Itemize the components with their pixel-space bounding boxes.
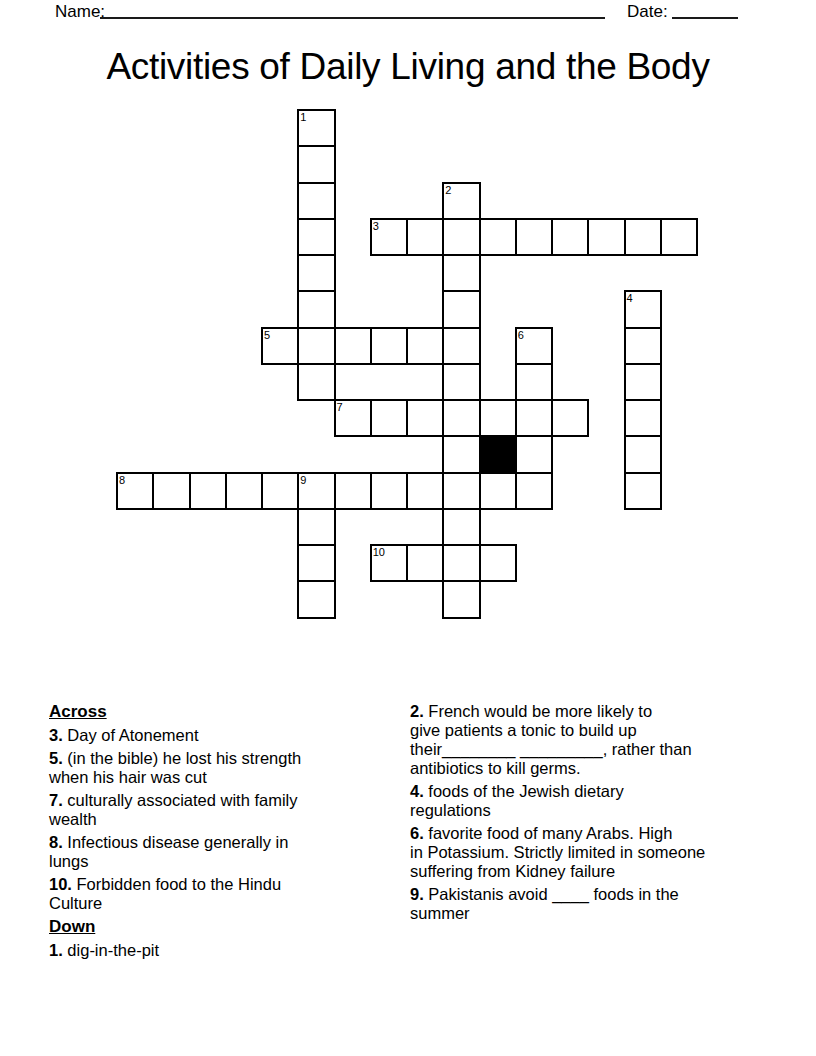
clue-across-3: 3. Day of Atonement bbox=[49, 726, 399, 745]
grid-cell[interactable] bbox=[442, 544, 480, 582]
grid-cell[interactable] bbox=[442, 218, 480, 256]
grid-cell[interactable]: 6 bbox=[515, 327, 553, 365]
grid-cell[interactable]: 10 bbox=[370, 544, 408, 582]
cell-number: 8 bbox=[119, 474, 125, 486]
grid-cell[interactable] bbox=[551, 399, 589, 437]
grid-cell[interactable] bbox=[225, 472, 263, 510]
grid-cell[interactable] bbox=[624, 327, 662, 365]
grid-cell[interactable] bbox=[297, 218, 335, 256]
grid-cell[interactable] bbox=[406, 218, 444, 256]
grid-cell[interactable] bbox=[406, 399, 444, 437]
grid-cell[interactable] bbox=[442, 290, 480, 328]
grid-cell[interactable] bbox=[442, 508, 480, 546]
name-label: Name: bbox=[55, 2, 105, 22]
grid-cell[interactable] bbox=[297, 182, 335, 220]
grid-cell[interactable] bbox=[297, 544, 335, 582]
clue-number: 3. bbox=[49, 726, 67, 744]
grid-cell[interactable]: 9 bbox=[297, 472, 335, 510]
clue-down-4: 4. foods of the Jewish dietary regulatio… bbox=[410, 782, 782, 820]
grid-cell[interactable] bbox=[370, 399, 408, 437]
grid-cell[interactable]: 3 bbox=[370, 218, 408, 256]
cell-number: 3 bbox=[373, 220, 379, 232]
grid-cell[interactable] bbox=[334, 472, 372, 510]
grid-cell[interactable] bbox=[442, 327, 480, 365]
clue-across-8: 8. Infectious disease generally in lungs bbox=[49, 833, 399, 871]
name-entry-line[interactable] bbox=[100, 17, 605, 19]
clue-text: culturally associated with family wealth bbox=[49, 791, 298, 828]
clue-down-1: 1. dig-in-the-pit bbox=[49, 941, 399, 960]
clue-text: Day of Atonement bbox=[67, 726, 198, 744]
clue-number: 2. bbox=[410, 702, 428, 720]
grid-cell[interactable] bbox=[587, 218, 625, 256]
clue-text: dig-in-the-pit bbox=[67, 941, 159, 959]
grid-cell[interactable] bbox=[624, 435, 662, 473]
clue-across-5: 5. (in the bible) he lost his strength w… bbox=[49, 749, 399, 787]
clue-down-9: 9. Pakistanis avoid ____ foods in the su… bbox=[410, 885, 782, 923]
grid-cell[interactable] bbox=[370, 327, 408, 365]
grid-cell[interactable] bbox=[515, 435, 553, 473]
clue-number: 7. bbox=[49, 791, 67, 809]
grid-cell[interactable] bbox=[406, 327, 444, 365]
grid-cell[interactable] bbox=[442, 435, 480, 473]
grid-cell[interactable]: 2 bbox=[442, 182, 480, 220]
grid-cell[interactable] bbox=[624, 399, 662, 437]
grid-cell[interactable] bbox=[297, 327, 335, 365]
worksheet-page: Name: Date: Activities of Daily Living a… bbox=[0, 0, 816, 1056]
across-header: Across bbox=[49, 702, 399, 721]
grid-cell[interactable] bbox=[406, 472, 444, 510]
grid-cell[interactable] bbox=[479, 399, 517, 437]
grid-cell[interactable] bbox=[551, 218, 589, 256]
grid-cell[interactable] bbox=[152, 472, 190, 510]
grid-cell[interactable] bbox=[442, 363, 480, 401]
cell-number: 5 bbox=[264, 329, 270, 341]
grid-cell[interactable] bbox=[442, 580, 480, 618]
grid-cell[interactable] bbox=[479, 544, 517, 582]
clue-number: 6. bbox=[410, 824, 428, 842]
clue-number: 10. bbox=[49, 875, 77, 893]
clue-number: 9. bbox=[410, 885, 428, 903]
clues-right-column: 2. French would be more likely to give p… bbox=[410, 702, 782, 927]
clue-text: Infectious disease generally in lungs bbox=[49, 833, 288, 870]
clue-across-7: 7. culturally associated with family wea… bbox=[49, 791, 399, 829]
clue-text: favorite food of many Arabs. High in Pot… bbox=[410, 824, 705, 880]
grid-cell[interactable] bbox=[479, 472, 517, 510]
clue-number: 4. bbox=[410, 782, 428, 800]
clue-across-10: 10. Forbidden food to the Hindu Culture bbox=[49, 875, 399, 913]
grid-cell[interactable] bbox=[297, 145, 335, 183]
grid-cell[interactable] bbox=[624, 472, 662, 510]
grid-cell[interactable] bbox=[660, 218, 698, 256]
grid-cell[interactable] bbox=[297, 363, 335, 401]
cell-number: 6 bbox=[518, 329, 524, 341]
clue-text: (in the bible) he lost his strength when… bbox=[49, 749, 301, 786]
grid-cell[interactable] bbox=[189, 472, 227, 510]
grid-cell[interactable] bbox=[624, 363, 662, 401]
clue-text: foods of the Jewish dietary regulations bbox=[410, 782, 624, 819]
date-label: Date: bbox=[627, 2, 668, 22]
black-cell bbox=[479, 435, 517, 473]
grid-cell[interactable] bbox=[442, 254, 480, 292]
grid-cell[interactable] bbox=[406, 544, 444, 582]
grid-cell[interactable]: 8 bbox=[116, 472, 154, 510]
grid-cell[interactable]: 1 bbox=[297, 109, 335, 147]
grid-cell[interactable] bbox=[370, 472, 408, 510]
grid-cell[interactable]: 4 bbox=[624, 290, 662, 328]
grid-cell[interactable] bbox=[624, 218, 662, 256]
grid-cell[interactable] bbox=[297, 508, 335, 546]
clue-number: 8. bbox=[49, 833, 67, 851]
cell-number: 4 bbox=[627, 292, 633, 304]
grid-cell[interactable] bbox=[334, 327, 372, 365]
clue-down-2: 2. French would be more likely to give p… bbox=[410, 702, 782, 778]
clue-number: 1. bbox=[49, 941, 67, 959]
grid-cell[interactable] bbox=[442, 399, 480, 437]
grid-cell[interactable] bbox=[261, 472, 299, 510]
grid-cell[interactable] bbox=[442, 472, 480, 510]
grid-cell[interactable] bbox=[515, 399, 553, 437]
cell-number: 9 bbox=[300, 474, 306, 486]
cell-number: 1 bbox=[300, 111, 306, 123]
clue-text: Forbidden food to the Hindu Culture bbox=[49, 875, 281, 912]
cell-number: 2 bbox=[445, 184, 451, 196]
page-title: Activities of Daily Living and the Body bbox=[0, 46, 816, 88]
clues-left-column: Across3. Day of Atonement5. (in the bibl… bbox=[49, 702, 399, 964]
grid-cell[interactable] bbox=[515, 472, 553, 510]
down-header: Down bbox=[49, 917, 399, 936]
grid-cell[interactable] bbox=[297, 290, 335, 328]
grid-cell[interactable]: 7 bbox=[334, 399, 372, 437]
grid-cell[interactable] bbox=[297, 580, 335, 618]
date-entry-line[interactable] bbox=[672, 17, 738, 19]
cell-number: 10 bbox=[373, 546, 385, 558]
grid-cell[interactable] bbox=[515, 363, 553, 401]
grid-cell[interactable] bbox=[297, 254, 335, 292]
cell-number: 7 bbox=[337, 401, 343, 413]
grid-cell[interactable] bbox=[515, 218, 553, 256]
crossword-grid: 12345678910 bbox=[116, 109, 698, 618]
grid-cell[interactable] bbox=[479, 218, 517, 256]
grid-cell[interactable]: 5 bbox=[261, 327, 299, 365]
clue-text: French would be more likely to give pati… bbox=[410, 702, 692, 777]
clue-text: Pakistanis avoid ____ foods in the summe… bbox=[410, 885, 679, 922]
clue-down-6: 6. favorite food of many Arabs. High in … bbox=[410, 824, 782, 881]
clue-number: 5. bbox=[49, 749, 67, 767]
